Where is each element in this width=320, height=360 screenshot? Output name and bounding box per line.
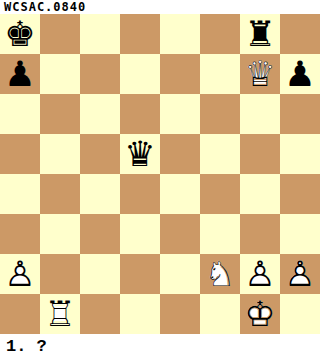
black-king-piece: ♚	[0, 14, 40, 54]
square-a3[interactable]	[0, 214, 40, 254]
square-c6[interactable]	[80, 94, 120, 134]
square-c1[interactable]	[80, 294, 120, 334]
chess-board: ♚♜♟♛♕♟♛♟♙♞♘♟♙♟♙♜♖♚♔	[0, 14, 320, 334]
square-f6[interactable]	[200, 94, 240, 134]
black-rook-piece: ♜	[240, 14, 280, 54]
square-e6[interactable]	[160, 94, 200, 134]
square-e3[interactable]	[160, 214, 200, 254]
square-h3[interactable]	[280, 214, 320, 254]
square-f3[interactable]	[200, 214, 240, 254]
square-e8[interactable]	[160, 14, 200, 54]
square-e1[interactable]	[160, 294, 200, 334]
square-a5[interactable]	[0, 134, 40, 174]
square-b2[interactable]	[40, 254, 80, 294]
white-queen-outline-glyph: ♕	[240, 54, 280, 94]
square-a8[interactable]: ♚	[0, 14, 40, 54]
white-king-piece: ♚♔	[240, 294, 280, 334]
square-b5[interactable]	[40, 134, 80, 174]
square-g7[interactable]: ♛♕	[240, 54, 280, 94]
square-h8[interactable]	[280, 14, 320, 54]
black-pawn-piece: ♟	[280, 54, 320, 94]
white-pawn-outline-glyph: ♙	[0, 254, 40, 294]
square-d6[interactable]	[120, 94, 160, 134]
square-d7[interactable]	[120, 54, 160, 94]
square-c5[interactable]	[80, 134, 120, 174]
square-f4[interactable]	[200, 174, 240, 214]
square-f5[interactable]	[200, 134, 240, 174]
square-c8[interactable]	[80, 14, 120, 54]
square-h6[interactable]	[280, 94, 320, 134]
square-f8[interactable]	[200, 14, 240, 54]
square-a7[interactable]: ♟	[0, 54, 40, 94]
white-pawn-outline-glyph: ♙	[280, 254, 320, 294]
square-b3[interactable]	[40, 214, 80, 254]
square-b6[interactable]	[40, 94, 80, 134]
square-d3[interactable]	[120, 214, 160, 254]
square-h2[interactable]: ♟♙	[280, 254, 320, 294]
white-queen-piece: ♛♕	[240, 54, 280, 94]
white-knight-outline-glyph: ♘	[200, 254, 240, 294]
square-e5[interactable]	[160, 134, 200, 174]
square-d1[interactable]	[120, 294, 160, 334]
square-b7[interactable]	[40, 54, 80, 94]
black-rook-glyph: ♜	[240, 14, 280, 54]
black-king-glyph: ♚	[0, 14, 40, 54]
white-pawn-piece: ♟♙	[240, 254, 280, 294]
square-d4[interactable]	[120, 174, 160, 214]
square-e4[interactable]	[160, 174, 200, 214]
square-g5[interactable]	[240, 134, 280, 174]
square-e7[interactable]	[160, 54, 200, 94]
square-a6[interactable]	[0, 94, 40, 134]
square-c4[interactable]	[80, 174, 120, 214]
square-f7[interactable]	[200, 54, 240, 94]
square-a4[interactable]	[0, 174, 40, 214]
square-h7[interactable]: ♟	[280, 54, 320, 94]
black-queen-piece: ♛	[120, 134, 160, 174]
white-rook-piece: ♜♖	[40, 294, 80, 334]
square-c3[interactable]	[80, 214, 120, 254]
square-f1[interactable]	[200, 294, 240, 334]
square-g1[interactable]: ♚♔	[240, 294, 280, 334]
square-a1[interactable]	[0, 294, 40, 334]
white-pawn-piece: ♟♙	[280, 254, 320, 294]
black-pawn-glyph: ♟	[280, 54, 320, 94]
square-h4[interactable]	[280, 174, 320, 214]
square-g2[interactable]: ♟♙	[240, 254, 280, 294]
square-e2[interactable]	[160, 254, 200, 294]
square-d8[interactable]	[120, 14, 160, 54]
black-queen-glyph: ♛	[120, 134, 160, 174]
square-b8[interactable]	[40, 14, 80, 54]
square-g6[interactable]	[240, 94, 280, 134]
square-f2[interactable]: ♞♘	[200, 254, 240, 294]
black-pawn-piece: ♟	[0, 54, 40, 94]
square-d2[interactable]	[120, 254, 160, 294]
white-rook-outline-glyph: ♖	[40, 294, 80, 334]
white-knight-piece: ♞♘	[200, 254, 240, 294]
square-g8[interactable]: ♜	[240, 14, 280, 54]
square-d5[interactable]: ♛	[120, 134, 160, 174]
chess-puzzle-page: WCSAC.0840 ♚♜♟♛♕♟♛♟♙♞♘♟♙♟♙♜♖♚♔ 1. ?	[0, 0, 320, 360]
square-c7[interactable]	[80, 54, 120, 94]
square-g3[interactable]	[240, 214, 280, 254]
move-prompt-label: 1. ?	[0, 334, 320, 360]
white-pawn-outline-glyph: ♙	[240, 254, 280, 294]
square-c2[interactable]	[80, 254, 120, 294]
black-pawn-glyph: ♟	[0, 54, 40, 94]
white-pawn-piece: ♟♙	[0, 254, 40, 294]
white-king-outline-glyph: ♔	[240, 294, 280, 334]
puzzle-id-label: WCSAC.0840	[0, 0, 320, 14]
square-h1[interactable]	[280, 294, 320, 334]
square-g4[interactable]	[240, 174, 280, 214]
square-b4[interactable]	[40, 174, 80, 214]
square-h5[interactable]	[280, 134, 320, 174]
square-b1[interactable]: ♜♖	[40, 294, 80, 334]
square-a2[interactable]: ♟♙	[0, 254, 40, 294]
